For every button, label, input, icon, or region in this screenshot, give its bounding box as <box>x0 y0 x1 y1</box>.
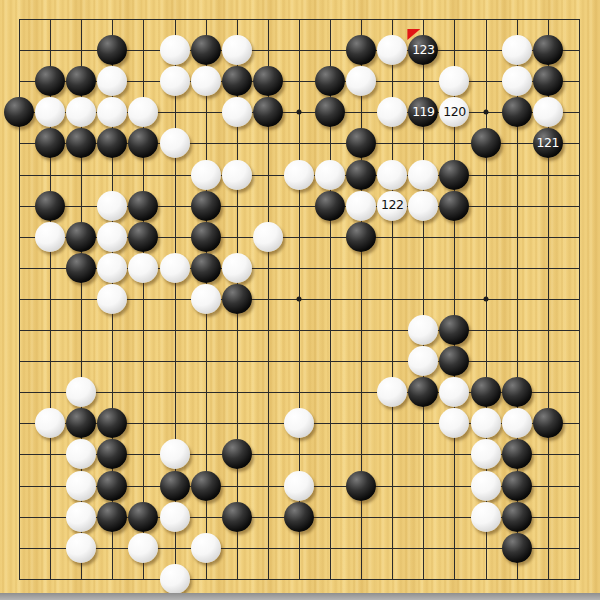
stone-black <box>128 191 158 221</box>
stone-white <box>66 97 96 127</box>
stone-white <box>160 66 190 96</box>
stone-black <box>222 66 252 96</box>
stone-black <box>128 222 158 252</box>
stone-black <box>97 35 127 65</box>
stone-white <box>160 439 190 469</box>
stone-black <box>66 408 96 438</box>
stone-black <box>346 222 376 252</box>
stone-black <box>191 471 221 501</box>
stone-white <box>191 66 221 96</box>
move-number-label: 122 <box>381 199 403 212</box>
move-number-label: 120 <box>443 106 465 119</box>
stone-white <box>502 66 532 96</box>
stone-white <box>222 97 252 127</box>
stone-black <box>66 128 96 158</box>
stone-black <box>160 471 190 501</box>
stone-black <box>97 471 127 501</box>
stone-black <box>66 66 96 96</box>
stone-black <box>191 191 221 221</box>
stone-white <box>377 377 407 407</box>
hoshi-dot <box>296 110 301 115</box>
stone-black <box>439 346 469 376</box>
stone-black <box>253 66 283 96</box>
stone-white <box>160 35 190 65</box>
stone-black: 123 <box>408 35 438 65</box>
stone-black <box>128 128 158 158</box>
stone-white <box>97 284 127 314</box>
stone-white <box>66 533 96 563</box>
stone-black <box>97 439 127 469</box>
stone-white <box>97 97 127 127</box>
stone-white <box>66 471 96 501</box>
stone-white <box>315 160 345 190</box>
stone-white <box>533 97 563 127</box>
stone-white <box>377 160 407 190</box>
stone-black <box>66 253 96 283</box>
grid-line-horizontal <box>19 579 580 580</box>
stone-black <box>439 315 469 345</box>
hoshi-dot <box>483 296 488 301</box>
stone-white <box>191 284 221 314</box>
stone-black <box>253 97 283 127</box>
stone-black <box>66 222 96 252</box>
stone-black <box>346 128 376 158</box>
stone-black <box>315 97 345 127</box>
stone-white <box>439 66 469 96</box>
stone-white <box>97 191 127 221</box>
stone-white <box>408 160 438 190</box>
stone-black <box>502 377 532 407</box>
stone-white <box>160 564 190 594</box>
stone-white <box>408 315 438 345</box>
stone-black <box>191 253 221 283</box>
stone-black <box>284 502 314 532</box>
stone-white <box>160 502 190 532</box>
stone-black <box>315 66 345 96</box>
stone-black <box>191 35 221 65</box>
stone-white <box>439 408 469 438</box>
stone-white <box>471 408 501 438</box>
stone-white <box>471 471 501 501</box>
stone-white <box>346 191 376 221</box>
stone-black <box>35 191 65 221</box>
stone-black <box>128 502 158 532</box>
stone-white <box>35 222 65 252</box>
stone-black <box>439 191 469 221</box>
stone-black <box>502 439 532 469</box>
stone-white <box>408 346 438 376</box>
stone-white <box>128 253 158 283</box>
stone-black <box>97 128 127 158</box>
stone-black <box>346 35 376 65</box>
stone-black <box>35 128 65 158</box>
stone-white <box>222 253 252 283</box>
stone-white: 120 <box>439 97 469 127</box>
stone-black <box>471 128 501 158</box>
stone-black <box>191 222 221 252</box>
stone-black <box>533 35 563 65</box>
window-bottom-strip <box>0 593 600 600</box>
stone-white <box>284 471 314 501</box>
hoshi-dot <box>296 296 301 301</box>
stone-white <box>377 97 407 127</box>
stone-white <box>471 502 501 532</box>
grid-line-horizontal <box>19 330 580 331</box>
grid-line-vertical <box>579 19 580 580</box>
stone-white <box>502 35 532 65</box>
stone-black <box>346 160 376 190</box>
stone-black <box>222 284 252 314</box>
stone-black <box>502 97 532 127</box>
grid-line-horizontal <box>19 548 580 549</box>
stone-black <box>315 191 345 221</box>
stone-black <box>222 439 252 469</box>
stone-white <box>97 253 127 283</box>
stone-black <box>533 408 563 438</box>
stone-white <box>222 35 252 65</box>
stone-white <box>471 439 501 469</box>
stone-black <box>408 377 438 407</box>
stone-white <box>439 377 469 407</box>
last-move-triangle-icon <box>407 29 420 40</box>
grid-line-horizontal <box>19 361 580 362</box>
hoshi-dot <box>483 110 488 115</box>
stone-black <box>35 66 65 96</box>
stone-white <box>160 128 190 158</box>
stone-black <box>97 502 127 532</box>
stone-white <box>408 191 438 221</box>
stone-white <box>160 253 190 283</box>
stone-black <box>346 471 376 501</box>
move-number-label: 123 <box>412 44 434 57</box>
stone-black <box>533 66 563 96</box>
stone-black <box>502 533 532 563</box>
stone-black <box>502 502 532 532</box>
stone-black: 121 <box>533 128 563 158</box>
move-number-label: 119 <box>412 106 434 119</box>
stone-black: 119 <box>408 97 438 127</box>
move-number-label: 121 <box>537 137 559 150</box>
stone-white <box>66 502 96 532</box>
stone-white: 122 <box>377 191 407 221</box>
stone-white <box>128 97 158 127</box>
stone-white <box>97 222 127 252</box>
stone-white <box>222 160 252 190</box>
stone-black <box>222 502 252 532</box>
stone-white <box>191 533 221 563</box>
stone-white <box>128 533 158 563</box>
stone-white <box>35 97 65 127</box>
stone-black <box>471 377 501 407</box>
go-board[interactable]: 123119120121122 <box>0 0 600 600</box>
stone-white <box>253 222 283 252</box>
stone-white <box>284 408 314 438</box>
stone-black <box>439 160 469 190</box>
stone-white <box>66 439 96 469</box>
stone-black <box>4 97 34 127</box>
stone-white <box>346 66 376 96</box>
stone-black <box>502 471 532 501</box>
stone-black <box>97 408 127 438</box>
stone-white <box>35 408 65 438</box>
stone-white <box>284 160 314 190</box>
stone-white <box>191 160 221 190</box>
stone-white <box>66 377 96 407</box>
stone-white <box>502 408 532 438</box>
stone-white <box>377 35 407 65</box>
stone-white <box>97 66 127 96</box>
